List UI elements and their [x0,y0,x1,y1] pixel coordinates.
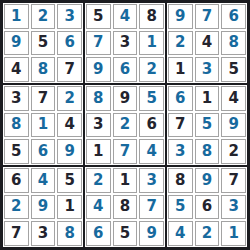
sudoku-cell-r1c1[interactable]: 1 [4,4,29,29]
sudoku-cell-r5c3[interactable]: 4 [57,113,82,138]
sudoku-cell-r6c6[interactable]: 4 [139,139,164,164]
sudoku-cell-r1c6[interactable]: 8 [139,4,164,29]
sudoku-cell-r5c6[interactable]: 6 [139,113,164,138]
sudoku-box: 123956487 [3,3,83,83]
sudoku-cell-r5c7[interactable]: 7 [168,113,193,138]
sudoku-cell-r3c2[interactable]: 8 [31,57,56,82]
sudoku-cell-r6c9[interactable]: 2 [221,139,246,164]
sudoku-cell-r4c1[interactable]: 3 [4,86,29,111]
sudoku-cell-r5c4[interactable]: 3 [86,113,111,138]
sudoku-cell-r1c4[interactable]: 5 [86,4,111,29]
sudoku-cell-r2c2[interactable]: 5 [31,31,56,56]
sudoku-cell-r9c1[interactable]: 7 [4,221,29,246]
sudoku-cell-r4c9[interactable]: 4 [221,86,246,111]
sudoku-cell-r9c9[interactable]: 1 [221,221,246,246]
sudoku-cell-r1c3[interactable]: 3 [57,4,82,29]
sudoku-cell-r8c5[interactable]: 8 [113,195,138,220]
sudoku-cell-r7c5[interactable]: 1 [113,168,138,193]
sudoku-cell-r5c9[interactable]: 9 [221,113,246,138]
sudoku-box: 976248135 [167,3,247,83]
sudoku-cell-r2c4[interactable]: 7 [86,31,111,56]
sudoku-cell-r2c1[interactable]: 9 [4,31,29,56]
sudoku-cell-r7c7[interactable]: 8 [168,168,193,193]
sudoku-cell-r9c7[interactable]: 4 [168,221,193,246]
sudoku-cell-r9c3[interactable]: 8 [57,221,82,246]
sudoku-cell-r6c2[interactable]: 6 [31,139,56,164]
sudoku-box: 213487659 [85,167,165,247]
sudoku-cell-r3c7[interactable]: 1 [168,57,193,82]
sudoku-cell-r9c2[interactable]: 3 [31,221,56,246]
sudoku-cell-r7c8[interactable]: 9 [195,168,220,193]
sudoku-cell-r6c1[interactable]: 5 [4,139,29,164]
sudoku-cell-r9c6[interactable]: 9 [139,221,164,246]
sudoku-cell-r8c7[interactable]: 5 [168,195,193,220]
sudoku-cell-r5c2[interactable]: 1 [31,113,56,138]
sudoku-cell-r8c1[interactable]: 2 [4,195,29,220]
sudoku-box: 548731962 [85,3,165,83]
sudoku-cell-r4c2[interactable]: 7 [31,86,56,111]
sudoku-cell-r2c5[interactable]: 3 [113,31,138,56]
sudoku-cell-r4c4[interactable]: 8 [86,86,111,111]
sudoku-cell-r7c6[interactable]: 3 [139,168,164,193]
sudoku-cell-r3c8[interactable]: 3 [195,57,220,82]
sudoku-cell-r6c4[interactable]: 1 [86,139,111,164]
sudoku-cell-r5c5[interactable]: 2 [113,113,138,138]
sudoku-cell-r9c4[interactable]: 6 [86,221,111,246]
sudoku-cell-r7c9[interactable]: 7 [221,168,246,193]
sudoku-cell-r1c2[interactable]: 2 [31,4,56,29]
sudoku-cell-r9c8[interactable]: 2 [195,221,220,246]
sudoku-cell-r7c4[interactable]: 2 [86,168,111,193]
sudoku-cell-r4c7[interactable]: 6 [168,86,193,111]
sudoku-box: 614759382 [167,85,247,165]
sudoku-cell-r7c1[interactable]: 6 [4,168,29,193]
sudoku-box: 372814569 [3,85,83,165]
sudoku-cell-r8c4[interactable]: 4 [86,195,111,220]
sudoku-cell-r6c8[interactable]: 8 [195,139,220,164]
sudoku-cell-r3c6[interactable]: 2 [139,57,164,82]
sudoku-cell-r4c6[interactable]: 5 [139,86,164,111]
sudoku-cell-r1c9[interactable]: 6 [221,4,246,29]
sudoku-cell-r3c3[interactable]: 7 [57,57,82,82]
sudoku-cell-r6c3[interactable]: 9 [57,139,82,164]
sudoku-cell-r2c3[interactable]: 6 [57,31,82,56]
sudoku-cell-r8c9[interactable]: 3 [221,195,246,220]
sudoku-cell-r9c5[interactable]: 5 [113,221,138,246]
sudoku-cell-r1c8[interactable]: 7 [195,4,220,29]
sudoku-cell-r7c3[interactable]: 5 [57,168,82,193]
sudoku-cell-r6c7[interactable]: 3 [168,139,193,164]
sudoku-cell-r6c5[interactable]: 7 [113,139,138,164]
sudoku-board: 1239564875487319629762481353728145698953… [0,0,250,250]
sudoku-cell-r4c3[interactable]: 2 [57,86,82,111]
sudoku-cell-r2c8[interactable]: 4 [195,31,220,56]
sudoku-cell-r1c5[interactable]: 4 [113,4,138,29]
sudoku-cell-r2c6[interactable]: 1 [139,31,164,56]
sudoku-cell-r8c2[interactable]: 9 [31,195,56,220]
sudoku-box: 897563421 [167,167,247,247]
sudoku-cell-r3c4[interactable]: 9 [86,57,111,82]
sudoku-cell-r8c8[interactable]: 6 [195,195,220,220]
sudoku-cell-r8c3[interactable]: 1 [57,195,82,220]
sudoku-cell-r1c7[interactable]: 9 [168,4,193,29]
sudoku-cell-r3c5[interactable]: 6 [113,57,138,82]
sudoku-cell-r8c6[interactable]: 7 [139,195,164,220]
sudoku-cell-r4c5[interactable]: 9 [113,86,138,111]
sudoku-box: 895326174 [85,85,165,165]
sudoku-cell-r7c2[interactable]: 4 [31,168,56,193]
sudoku-cell-r5c8[interactable]: 5 [195,113,220,138]
sudoku-cell-r2c7[interactable]: 2 [168,31,193,56]
sudoku-cell-r4c8[interactable]: 1 [195,86,220,111]
sudoku-cell-r5c1[interactable]: 8 [4,113,29,138]
sudoku-cell-r3c1[interactable]: 4 [4,57,29,82]
sudoku-box: 645291738 [3,167,83,247]
sudoku-cell-r3c9[interactable]: 5 [221,57,246,82]
sudoku-cell-r2c9[interactable]: 8 [221,31,246,56]
